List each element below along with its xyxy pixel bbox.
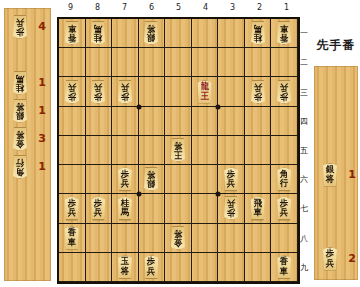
board-cell-1-5[interactable] bbox=[271, 136, 298, 165]
board-cell-3-1[interactable] bbox=[218, 19, 245, 48]
board-cell-2-8[interactable] bbox=[245, 224, 272, 253]
board-cell-3-2[interactable] bbox=[218, 48, 245, 77]
board-cell-7-6[interactable]: 歩兵 bbox=[112, 165, 139, 194]
board-cell-4-8[interactable] bbox=[192, 224, 219, 253]
board-cell-6-3[interactable] bbox=[139, 77, 166, 106]
sente-piece[interactable]: 歩兵 bbox=[320, 247, 341, 271]
gote-piece[interactable]: 桂馬 bbox=[88, 21, 109, 45]
board-cell-1-1[interactable]: 香車 bbox=[271, 19, 298, 48]
board-cell-2-3[interactable]: 歩兵 bbox=[245, 77, 272, 106]
captured-count: 1 bbox=[35, 154, 49, 179]
board-cell-5-1[interactable] bbox=[165, 19, 192, 48]
board-cell-9-2[interactable] bbox=[59, 48, 86, 77]
sente-piece[interactable]: 銀将 bbox=[320, 163, 341, 187]
gote-piece[interactable]: 角行 bbox=[10, 155, 31, 179]
board-cell-3-8[interactable] bbox=[218, 224, 245, 253]
file-label: 9 bbox=[57, 3, 84, 15]
board-cell-4-6[interactable] bbox=[192, 165, 219, 194]
sente-piece[interactable]: 角行 bbox=[274, 167, 295, 191]
board-cell-7-8[interactable] bbox=[112, 224, 139, 253]
star-point bbox=[136, 192, 141, 197]
board-cell-2-6[interactable] bbox=[245, 165, 272, 194]
file-label: 8 bbox=[84, 3, 111, 15]
gote-piece[interactable]: 桂馬 bbox=[247, 21, 268, 45]
hand-slot: 角行 bbox=[8, 154, 32, 179]
file-label: 5 bbox=[165, 3, 192, 15]
file-labels: 987654321 bbox=[57, 3, 300, 15]
board-cell-8-4[interactable] bbox=[86, 107, 113, 136]
gote-piece[interactable]: 歩兵 bbox=[61, 80, 82, 104]
captured-count: 1 bbox=[345, 162, 359, 187]
board-cell-4-7[interactable] bbox=[192, 194, 219, 223]
sente-piece[interactable]: 歩兵 bbox=[221, 167, 242, 191]
board-cell-4-2[interactable] bbox=[192, 48, 219, 77]
board-cell-5-2[interactable] bbox=[165, 48, 192, 77]
board-cell-8-7[interactable]: 歩兵 bbox=[86, 194, 113, 223]
sente-piece[interactable]: 香車 bbox=[61, 226, 82, 250]
board-cell-8-6[interactable] bbox=[86, 165, 113, 194]
board-cell-6-4[interactable] bbox=[139, 107, 166, 136]
sente-piece[interactable]: 飛車 bbox=[247, 196, 268, 220]
gote-piece[interactable]: 歩兵 bbox=[10, 15, 31, 39]
sente-piece[interactable]: 歩兵 bbox=[274, 196, 295, 220]
star-point bbox=[216, 104, 221, 109]
board-cell-9-6[interactable] bbox=[59, 165, 86, 194]
file-label: 6 bbox=[138, 3, 165, 15]
shogi-board: 香車桂馬銀将桂馬香車歩兵歩兵歩兵龍王歩兵歩兵王将歩兵銀将歩兵角行歩兵歩兵桂馬歩兵… bbox=[57, 17, 300, 284]
sente-piece[interactable]: 歩兵 bbox=[141, 255, 162, 279]
hand-slot: 桂馬 bbox=[8, 70, 32, 95]
board-cell-7-2[interactable] bbox=[112, 48, 139, 77]
sente-piece[interactable]: 玉将 bbox=[114, 255, 135, 279]
gote-piece[interactable]: 桂馬 bbox=[10, 71, 31, 95]
gote-piece[interactable]: 香車 bbox=[61, 21, 82, 45]
star-point bbox=[216, 192, 221, 197]
sente-piece[interactable]: 歩兵 bbox=[114, 167, 135, 191]
board-cell-3-5[interactable] bbox=[218, 136, 245, 165]
board-cell-9-5[interactable] bbox=[59, 136, 86, 165]
board-cell-1-7[interactable]: 歩兵 bbox=[271, 194, 298, 223]
board-cell-9-4[interactable] bbox=[59, 107, 86, 136]
board-cell-2-2[interactable] bbox=[245, 48, 272, 77]
board-cell-4-5[interactable] bbox=[192, 136, 219, 165]
gote-piece[interactable]: 銀将 bbox=[141, 167, 162, 191]
file-label: 3 bbox=[219, 3, 246, 15]
board-cell-2-4[interactable] bbox=[245, 107, 272, 136]
sente-hand-stand: 銀将1歩兵2 bbox=[314, 66, 358, 280]
promoted-sente-piece[interactable]: 龍王 bbox=[194, 80, 215, 104]
sente-piece[interactable]: 香車 bbox=[274, 255, 295, 279]
board-cell-8-2[interactable] bbox=[86, 48, 113, 77]
board-cell-2-9[interactable] bbox=[245, 253, 272, 282]
sente-piece[interactable]: 歩兵 bbox=[61, 196, 82, 220]
board-cell-1-4[interactable] bbox=[271, 107, 298, 136]
board-cell-5-6[interactable] bbox=[165, 165, 192, 194]
hand-slot: 金将 bbox=[8, 126, 32, 151]
gote-piece[interactable]: 金将 bbox=[10, 127, 31, 151]
hand-slot: 銀将 bbox=[318, 162, 342, 187]
file-label: 2 bbox=[246, 3, 273, 15]
board-cell-7-7[interactable]: 桂馬 bbox=[112, 194, 139, 223]
board-cell-9-3[interactable]: 歩兵 bbox=[59, 77, 86, 106]
board-cell-6-7[interactable] bbox=[139, 194, 166, 223]
board-cell-7-9[interactable]: 玉将 bbox=[112, 253, 139, 282]
board-cell-4-9[interactable] bbox=[192, 253, 219, 282]
sente-piece[interactable]: 歩兵 bbox=[88, 196, 109, 220]
board-cell-1-2[interactable] bbox=[271, 48, 298, 77]
board-cell-1-8[interactable] bbox=[271, 224, 298, 253]
captured-count: 1 bbox=[35, 70, 49, 95]
board-cell-3-3[interactable] bbox=[218, 77, 245, 106]
board-cell-6-2[interactable] bbox=[139, 48, 166, 77]
board-cell-8-5[interactable] bbox=[86, 136, 113, 165]
shogi-app: 歩兵4桂馬1銀将1金将3角行1 987654321 一二三四五六七八九 香車桂馬… bbox=[0, 0, 360, 287]
hand-slot: 銀将 bbox=[8, 98, 32, 123]
gote-piece[interactable]: 歩兵 bbox=[247, 80, 268, 104]
board-cell-6-9[interactable]: 歩兵 bbox=[139, 253, 166, 282]
file-label: 7 bbox=[111, 3, 138, 15]
board-cell-5-4[interactable] bbox=[165, 107, 192, 136]
board-cell-1-9[interactable]: 香車 bbox=[271, 253, 298, 282]
board-cell-5-8[interactable]: 金将 bbox=[165, 224, 192, 253]
board-cell-8-3[interactable]: 歩兵 bbox=[86, 77, 113, 106]
board-cell-8-8[interactable] bbox=[86, 224, 113, 253]
board-cell-6-5[interactable] bbox=[139, 136, 166, 165]
star-point bbox=[136, 104, 141, 109]
board-cell-5-9[interactable] bbox=[165, 253, 192, 282]
hand-slot: 歩兵 bbox=[8, 14, 32, 39]
board-cell-6-8[interactable] bbox=[139, 224, 166, 253]
board-cell-4-1[interactable] bbox=[192, 19, 219, 48]
board-cell-5-7[interactable] bbox=[165, 194, 192, 223]
board-cell-1-6[interactable]: 角行 bbox=[271, 165, 298, 194]
gote-piece[interactable]: 歩兵 bbox=[88, 80, 109, 104]
board-cell-2-1[interactable]: 桂馬 bbox=[245, 19, 272, 48]
captured-count: 1 bbox=[35, 98, 49, 123]
board-cell-3-4[interactable] bbox=[218, 107, 245, 136]
board-cell-3-7[interactable]: 歩兵 bbox=[218, 194, 245, 223]
board-cell-2-5[interactable] bbox=[245, 136, 272, 165]
board-cell-3-9[interactable] bbox=[218, 253, 245, 282]
board-cell-9-1[interactable]: 香車 bbox=[59, 19, 86, 48]
board-cell-2-7[interactable]: 飛車 bbox=[245, 194, 272, 223]
sente-piece[interactable]: 桂馬 bbox=[114, 196, 135, 220]
gote-piece[interactable]: 歩兵 bbox=[114, 80, 135, 104]
gote-piece[interactable]: 王将 bbox=[167, 138, 188, 162]
gote-hand-stand: 歩兵4桂馬1銀将1金将3角行1 bbox=[4, 8, 51, 281]
turn-indicator: 先手番 bbox=[313, 37, 359, 54]
gote-piece[interactable]: 金将 bbox=[167, 226, 188, 250]
board-cell-9-7[interactable]: 歩兵 bbox=[59, 194, 86, 223]
hand-slot: 歩兵 bbox=[318, 246, 342, 271]
gote-piece[interactable]: 銀将 bbox=[141, 21, 162, 45]
captured-count: 3 bbox=[35, 126, 49, 151]
board-cell-6-1[interactable]: 銀将 bbox=[139, 19, 166, 48]
gote-piece[interactable]: 銀将 bbox=[10, 99, 31, 123]
board-cell-4-3[interactable]: 龍王 bbox=[192, 77, 219, 106]
board-cell-5-3[interactable] bbox=[165, 77, 192, 106]
board-cell-3-6[interactable]: 歩兵 bbox=[218, 165, 245, 194]
board-cell-6-6[interactable]: 銀将 bbox=[139, 165, 166, 194]
board-cell-7-3[interactable]: 歩兵 bbox=[112, 77, 139, 106]
board-cell-9-8[interactable]: 香車 bbox=[59, 224, 86, 253]
gote-piece[interactable]: 歩兵 bbox=[221, 196, 242, 220]
board-cell-1-3[interactable]: 歩兵 bbox=[271, 77, 298, 106]
gote-piece[interactable]: 香車 bbox=[274, 21, 295, 45]
file-label: 1 bbox=[273, 3, 300, 15]
board-cell-7-5[interactable] bbox=[112, 136, 139, 165]
board-cell-8-1[interactable]: 桂馬 bbox=[86, 19, 113, 48]
file-label: 4 bbox=[192, 3, 219, 15]
board-cell-4-4[interactable] bbox=[192, 107, 219, 136]
gote-piece[interactable]: 歩兵 bbox=[274, 80, 295, 104]
captured-count: 2 bbox=[345, 246, 359, 271]
captured-count: 4 bbox=[35, 14, 49, 39]
board-cell-7-1[interactable] bbox=[112, 19, 139, 48]
board-cell-7-4[interactable] bbox=[112, 107, 139, 136]
board-cell-8-9[interactable] bbox=[86, 253, 113, 282]
board-cell-5-5[interactable]: 王将 bbox=[165, 136, 192, 165]
board-cell-9-9[interactable] bbox=[59, 253, 86, 282]
